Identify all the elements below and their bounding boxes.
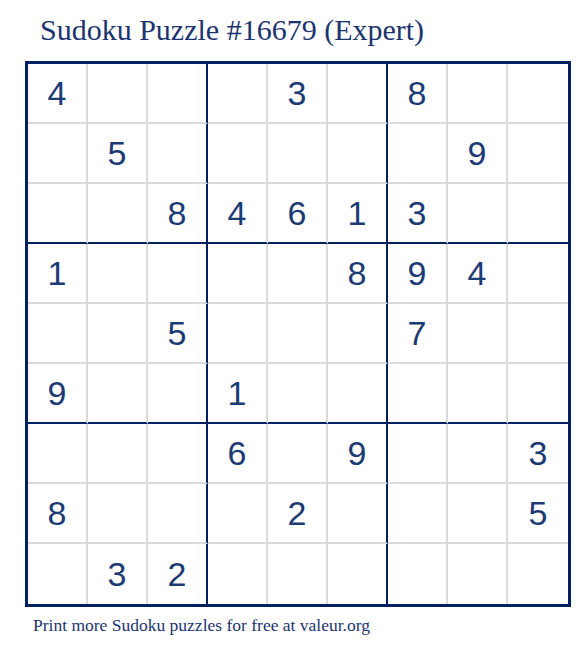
cell-r9c6: [328, 544, 388, 604]
cell-r5c4: [208, 304, 268, 364]
cell-r6c1: 9: [28, 364, 88, 424]
cell-r5c5: [268, 304, 328, 364]
cell-r7c4: 6: [208, 424, 268, 484]
cell-r3c7: 3: [388, 184, 448, 244]
cell-r5c3: 5: [148, 304, 208, 364]
cell-r9c8: [448, 544, 508, 604]
cell-r7c1: [28, 424, 88, 484]
sudoku-board: 43859846131894579169382532: [25, 61, 571, 607]
cell-r2c6: [328, 124, 388, 184]
cell-r4c4: [208, 244, 268, 304]
cell-r9c1: [28, 544, 88, 604]
cell-r3c5: 6: [268, 184, 328, 244]
cell-r6c8: [448, 364, 508, 424]
cell-r6c9: [508, 364, 568, 424]
cell-r2c9: [508, 124, 568, 184]
cell-r6c6: [328, 364, 388, 424]
cell-r7c9: 3: [508, 424, 568, 484]
cell-r4c7: 9: [388, 244, 448, 304]
cell-r8c3: [148, 484, 208, 544]
cell-r5c7: 7: [388, 304, 448, 364]
cell-r9c9: [508, 544, 568, 604]
cell-r6c7: [388, 364, 448, 424]
cell-r8c5: 2: [268, 484, 328, 544]
cell-r6c3: [148, 364, 208, 424]
cell-r7c7: [388, 424, 448, 484]
cell-r1c7: 8: [388, 64, 448, 124]
cell-r5c6: [328, 304, 388, 364]
cell-r4c2: [88, 244, 148, 304]
cell-r7c5: [268, 424, 328, 484]
cell-r4c6: 8: [328, 244, 388, 304]
cell-r2c7: [388, 124, 448, 184]
sudoku-page: Sudoku Puzzle #16679 (Expert) 4385984613…: [0, 0, 580, 651]
cell-r3c2: [88, 184, 148, 244]
cell-r3c6: 1: [328, 184, 388, 244]
cell-r7c6: 9: [328, 424, 388, 484]
cell-r2c3: [148, 124, 208, 184]
cell-r2c8: 9: [448, 124, 508, 184]
cell-r8c2: [88, 484, 148, 544]
cell-r4c8: 4: [448, 244, 508, 304]
cell-r1c5: 3: [268, 64, 328, 124]
cell-r6c5: [268, 364, 328, 424]
cell-r1c8: [448, 64, 508, 124]
cell-r3c8: [448, 184, 508, 244]
cell-r8c4: [208, 484, 268, 544]
cell-r4c3: [148, 244, 208, 304]
cell-r8c9: 5: [508, 484, 568, 544]
footer-text: Print more Sudoku puzzles for free at va…: [33, 615, 370, 636]
cell-r1c3: [148, 64, 208, 124]
cell-r4c1: 1: [28, 244, 88, 304]
page-title: Sudoku Puzzle #16679 (Expert): [40, 13, 424, 47]
cell-r4c5: [268, 244, 328, 304]
cell-r2c1: [28, 124, 88, 184]
cell-r5c1: [28, 304, 88, 364]
cell-r5c8: [448, 304, 508, 364]
cell-r3c9: [508, 184, 568, 244]
cell-r9c4: [208, 544, 268, 604]
cell-r3c1: [28, 184, 88, 244]
cell-r9c7: [388, 544, 448, 604]
cell-r3c3: 8: [148, 184, 208, 244]
cell-r7c3: [148, 424, 208, 484]
cell-r9c2: 3: [88, 544, 148, 604]
cell-r2c4: [208, 124, 268, 184]
cell-r7c8: [448, 424, 508, 484]
cell-r1c2: [88, 64, 148, 124]
cell-r1c1: 4: [28, 64, 88, 124]
cell-r9c5: [268, 544, 328, 604]
cell-r2c5: [268, 124, 328, 184]
cell-r1c4: [208, 64, 268, 124]
cell-r5c9: [508, 304, 568, 364]
cell-r1c6: [328, 64, 388, 124]
cell-r8c1: 8: [28, 484, 88, 544]
cell-r9c3: 2: [148, 544, 208, 604]
cell-r5c2: [88, 304, 148, 364]
cell-r8c7: [388, 484, 448, 544]
cell-r2c2: 5: [88, 124, 148, 184]
cell-r3c4: 4: [208, 184, 268, 244]
cell-r4c9: [508, 244, 568, 304]
cell-r6c2: [88, 364, 148, 424]
cell-r8c6: [328, 484, 388, 544]
cell-r8c8: [448, 484, 508, 544]
cell-r7c2: [88, 424, 148, 484]
cell-r1c9: [508, 64, 568, 124]
cell-r6c4: 1: [208, 364, 268, 424]
